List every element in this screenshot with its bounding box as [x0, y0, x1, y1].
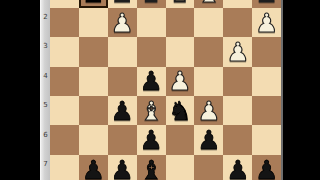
square-d2[interactable] — [166, 8, 195, 37]
square-f7[interactable]: ♟ — [108, 155, 137, 180]
square-b2[interactable] — [223, 8, 252, 37]
piece-white-queen[interactable]: ♛ — [168, 0, 191, 6]
square-e5[interactable]: ♝ — [137, 96, 166, 125]
square-c3[interactable] — [194, 37, 223, 66]
piece-black-pawn[interactable]: ♟ — [226, 157, 249, 180]
square-g3[interactable] — [79, 37, 108, 66]
square-e4[interactable]: ♟ — [137, 67, 166, 96]
video-frame: 12345678 ♜♜♚♛♝♜♟♟♟♟♟♟♝♞♟♟♟♟♟♝♟♟♜ — [0, 0, 320, 180]
piece-white-king[interactable]: ♚ — [139, 0, 162, 6]
square-g4[interactable] — [79, 67, 108, 96]
square-e6[interactable]: ♟ — [137, 125, 166, 154]
piece-black-pawn[interactable]: ♟ — [111, 98, 134, 124]
square-c6[interactable]: ♟ — [194, 125, 223, 154]
square-c5[interactable]: ♟ — [194, 96, 223, 125]
letterbox-left — [0, 0, 40, 180]
square-e2[interactable] — [137, 8, 166, 37]
square-b5[interactable] — [223, 96, 252, 125]
square-a6[interactable] — [252, 125, 281, 154]
square-f5[interactable]: ♟ — [108, 96, 137, 125]
rank-label-4: 4 — [41, 72, 50, 80]
square-b7[interactable]: ♟ — [223, 155, 252, 180]
square-c7[interactable] — [194, 155, 223, 180]
square-d7[interactable] — [166, 155, 195, 180]
square-h4[interactable] — [50, 67, 79, 96]
piece-white-pawn[interactable]: ♟ — [197, 98, 220, 124]
square-f3[interactable] — [108, 37, 137, 66]
square-g5[interactable] — [79, 96, 108, 125]
square-d3[interactable] — [166, 37, 195, 66]
square-e3[interactable] — [137, 37, 166, 66]
square-h6[interactable] — [50, 125, 79, 154]
piece-white-bishop[interactable]: ♝ — [139, 98, 162, 124]
piece-black-pawn[interactable]: ♟ — [197, 127, 220, 153]
square-a2[interactable]: ♟ — [252, 8, 281, 37]
square-b6[interactable] — [223, 125, 252, 154]
piece-black-pawn[interactable]: ♟ — [82, 157, 105, 180]
square-a5[interactable] — [252, 96, 281, 125]
square-g1[interactable]: ♜ — [79, 0, 108, 8]
coord-strip: 12345678 — [40, 0, 50, 180]
square-a4[interactable] — [252, 67, 281, 96]
square-d1[interactable]: ♛ — [166, 0, 195, 8]
rank-label-5: 5 — [41, 101, 50, 109]
square-d6[interactable] — [166, 125, 195, 154]
piece-white-rook[interactable]: ♜ — [111, 0, 134, 6]
piece-black-rook[interactable]: ♜ — [82, 0, 105, 6]
square-g7[interactable]: ♟ — [79, 155, 108, 180]
piece-white-bishop[interactable]: ♝ — [197, 0, 220, 6]
square-h2[interactable] — [50, 8, 79, 37]
square-b1[interactable] — [223, 0, 252, 8]
square-h5[interactable] — [50, 96, 79, 125]
square-c1[interactable]: ♝ — [194, 0, 223, 8]
square-f4[interactable] — [108, 67, 137, 96]
rank-label-6: 6 — [41, 131, 50, 139]
square-e7[interactable]: ♝ — [137, 155, 166, 180]
square-b4[interactable] — [223, 67, 252, 96]
square-g6[interactable] — [79, 125, 108, 154]
piece-white-pawn[interactable]: ♟ — [255, 10, 278, 36]
rank-label-7: 7 — [41, 160, 50, 168]
piece-black-pawn[interactable]: ♟ — [255, 157, 278, 180]
piece-white-pawn[interactable]: ♟ — [226, 39, 249, 65]
piece-white-rook[interactable]: ♜ — [255, 0, 278, 6]
square-d4[interactable]: ♟ — [166, 67, 195, 96]
square-g2[interactable] — [79, 8, 108, 37]
square-a7[interactable]: ♟ — [252, 155, 281, 180]
square-a1[interactable]: ♜ — [252, 0, 281, 8]
letterbox-right — [283, 0, 320, 180]
piece-white-pawn[interactable]: ♟ — [111, 10, 134, 36]
piece-black-knight[interactable]: ♞ — [168, 98, 191, 124]
square-h3[interactable] — [50, 37, 79, 66]
square-h1[interactable] — [50, 0, 79, 8]
square-d5[interactable]: ♞ — [166, 96, 195, 125]
square-c4[interactable] — [194, 67, 223, 96]
square-e1[interactable]: ♚ — [137, 0, 166, 8]
rank-label-3: 3 — [41, 42, 50, 50]
square-f6[interactable] — [108, 125, 137, 154]
piece-white-pawn[interactable]: ♟ — [168, 68, 191, 94]
piece-black-bishop[interactable]: ♝ — [139, 157, 162, 180]
square-h7[interactable] — [50, 155, 79, 180]
square-b3[interactable]: ♟ — [223, 37, 252, 66]
piece-black-pawn[interactable]: ♟ — [111, 157, 134, 180]
square-c2[interactable] — [194, 8, 223, 37]
square-f2[interactable]: ♟ — [108, 8, 137, 37]
chess-board: ♜♜♚♛♝♜♟♟♟♟♟♟♝♞♟♟♟♟♟♝♟♟♜ — [50, 0, 281, 180]
piece-black-pawn[interactable]: ♟ — [139, 127, 162, 153]
square-a3[interactable] — [252, 37, 281, 66]
piece-black-pawn[interactable]: ♟ — [139, 68, 162, 94]
rank-label-2: 2 — [41, 13, 50, 21]
square-f1[interactable]: ♜ — [108, 0, 137, 8]
